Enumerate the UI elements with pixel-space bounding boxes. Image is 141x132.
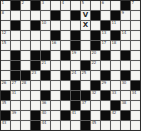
cell-8-6[interactable] [61, 81, 70, 90]
cell-6-9[interactable]: 22 [91, 61, 100, 70]
clue-number: 37 [82, 101, 87, 105]
cell-9-11[interactable]: 33 [111, 91, 120, 100]
black-cell-9-4 [41, 91, 50, 100]
clue-number: 31 [12, 91, 17, 95]
black-cell-1-7 [71, 11, 80, 20]
cell-6-2[interactable] [21, 61, 30, 70]
cell-3-12[interactable]: 14 [121, 31, 130, 40]
cell-3-3[interactable] [31, 31, 40, 40]
cell-0-7[interactable] [71, 1, 80, 10]
crossword-grid: 12345678V910X111213141516171819202122232… [0, 0, 141, 131]
cell-12-5[interactable] [51, 121, 60, 130]
cell-5-0[interactable] [1, 51, 10, 60]
cell-7-9[interactable] [91, 71, 100, 80]
cell-10-12[interactable]: 38 [121, 101, 130, 110]
black-cell-9-6 [61, 91, 70, 100]
clue-number: 16 [52, 41, 57, 45]
cell-1-13[interactable] [131, 11, 140, 20]
cell-8-12[interactable]: 30 [121, 81, 130, 90]
clue-number: 14 [122, 31, 127, 35]
clue-number: 11 [112, 21, 117, 25]
cell-1-4[interactable] [41, 11, 50, 20]
cell-3-8[interactable] [81, 31, 90, 40]
cell-7-11[interactable] [111, 71, 120, 80]
cell-9-5[interactable] [51, 91, 60, 100]
cell-0-6[interactable]: 4 [61, 1, 70, 10]
crossword-app: 12345678V910X111213141516171819202122232… [0, 0, 140, 132]
cell-11-5[interactable] [51, 111, 60, 120]
cell-12-6[interactable] [61, 121, 70, 130]
cell-0-8[interactable]: 5 [81, 1, 90, 10]
cell-8-10[interactable]: 29 [101, 81, 110, 90]
black-cell-5-10 [101, 51, 110, 60]
cell-0-4[interactable]: 3 [41, 1, 50, 10]
cell-6-13[interactable] [131, 61, 140, 70]
cell-1-3[interactable] [31, 11, 40, 20]
cell-11-11[interactable]: 42 [111, 111, 120, 120]
cell-8-4[interactable] [41, 81, 50, 90]
cell-10-9[interactable] [91, 101, 100, 110]
cell-1-2[interactable] [21, 11, 30, 20]
cell-4-4[interactable] [41, 41, 50, 50]
clue-number: 25 [82, 71, 87, 75]
cell-12-4[interactable]: 44 [41, 121, 50, 130]
black-cell-5-3 [31, 51, 40, 60]
clue-number: 40 [42, 111, 47, 115]
cell-7-8[interactable]: 25 [81, 71, 90, 80]
cell-10-8[interactable]: 37 [81, 101, 90, 110]
cell-9-3[interactable] [31, 91, 40, 100]
clue-number: 43 [2, 121, 7, 125]
black-cell-1-9 [91, 11, 100, 20]
cell-2-0[interactable] [1, 21, 10, 30]
black-cell-2-3 [31, 21, 40, 30]
cell-12-7[interactable] [71, 121, 80, 130]
black-cell-6-1 [11, 61, 20, 70]
cell-5-13[interactable] [131, 51, 140, 60]
cell-3-13[interactable] [131, 31, 140, 40]
black-cell-7-2 [21, 71, 30, 80]
cell-4-5[interactable]: 16 [51, 41, 60, 50]
cell-6-0[interactable] [1, 61, 10, 70]
black-cell-2-10 [101, 21, 110, 30]
clue-number: 29 [102, 81, 107, 85]
black-cell-7-1 [11, 71, 20, 80]
entered-letter: V [81, 11, 90, 20]
black-cell-11-0 [1, 111, 10, 120]
cell-12-2[interactable] [21, 121, 30, 130]
clue-number: 3 [42, 1, 44, 5]
cell-10-6[interactable] [61, 101, 70, 110]
cell-3-4[interactable] [41, 31, 50, 40]
cell-7-5[interactable] [51, 71, 60, 80]
cell-10-3[interactable] [31, 101, 40, 110]
clue-number: 5 [82, 1, 84, 5]
cell-4-3[interactable] [31, 41, 40, 50]
cell-11-2[interactable] [21, 111, 30, 120]
clue-number: 10 [42, 21, 47, 25]
black-cell-3-5 [51, 31, 60, 40]
cell-0-10[interactable]: 6 [101, 1, 110, 10]
cell-12-0[interactable]: 43 [1, 121, 10, 130]
cell-8-1[interactable]: 27 [11, 81, 20, 90]
cell-4-8[interactable] [81, 41, 90, 50]
cell-5-9[interactable]: 20 [91, 51, 100, 60]
clue-number: 13 [102, 31, 107, 35]
black-cell-1-5 [51, 11, 60, 20]
cell-8-5[interactable] [51, 81, 60, 90]
clue-number: 20 [92, 51, 97, 55]
black-cell-10-7 [71, 101, 80, 110]
cell-0-11[interactable] [111, 1, 120, 10]
clue-number: 33 [112, 91, 117, 95]
cell-1-12[interactable]: 9 [121, 11, 130, 20]
clue-number: 22 [92, 61, 97, 65]
cell-2-6[interactable] [61, 21, 70, 30]
cell-4-0[interactable]: 15 [1, 41, 10, 50]
clue-number: 34 [132, 91, 137, 95]
cell-10-2[interactable] [21, 101, 30, 110]
cell-0-2[interactable]: 2 [21, 1, 30, 10]
clue-number: 9 [122, 11, 124, 15]
black-cell-11-10 [101, 111, 110, 120]
clue-number: 35 [2, 101, 7, 105]
clue-number: 41 [72, 111, 77, 115]
black-cell-9-8 [81, 91, 90, 100]
cell-6-5[interactable] [51, 61, 60, 70]
black-cell-6-8 [81, 61, 90, 70]
cell-3-6[interactable] [61, 31, 70, 40]
cell-9-13[interactable]: 34 [131, 91, 140, 100]
cell-12-12[interactable] [121, 121, 130, 130]
clue-number: 36 [42, 101, 47, 105]
cell-5-5[interactable] [51, 51, 60, 60]
cell-10-4[interactable]: 36 [41, 101, 50, 110]
cell-2-9[interactable] [91, 21, 100, 30]
cell-6-10[interactable] [101, 61, 110, 70]
cell-12-11[interactable] [111, 121, 120, 130]
black-cell-11-8 [81, 111, 90, 120]
cell-6-11[interactable] [111, 61, 120, 70]
cell-2-11[interactable]: 11 [111, 21, 120, 30]
cell-11-4[interactable]: 40 [41, 111, 50, 120]
black-cell-8-9 [91, 81, 100, 90]
cell-7-3[interactable]: 23 [31, 71, 40, 80]
cell-4-2[interactable] [21, 41, 30, 50]
cell-0-0[interactable]: 1 [1, 1, 10, 10]
clue-number: 21 [42, 61, 47, 65]
cell-3-0[interactable]: 12 [1, 31, 10, 40]
black-cell-5-4 [41, 51, 50, 60]
black-cell-10-11 [111, 101, 120, 110]
black-cell-11-12 [121, 111, 130, 120]
cell-8-0[interactable]: 26 [1, 81, 10, 90]
cell-4-1[interactable] [11, 41, 20, 50]
black-cell-3-7 [71, 31, 80, 40]
black-cell-6-3 [31, 61, 40, 70]
cell-12-10[interactable] [101, 121, 110, 130]
cell-5-2[interactable] [21, 51, 30, 60]
cell-3-1[interactable] [11, 31, 20, 40]
cell-9-1[interactable]: 31 [11, 91, 20, 100]
clue-number: 1 [2, 1, 4, 5]
black-cell-9-0 [1, 91, 10, 100]
cell-4-6[interactable] [61, 41, 70, 50]
clue-number: 45 [92, 121, 97, 125]
cell-4-13[interactable] [131, 41, 140, 50]
cell-2-5[interactable] [51, 21, 60, 30]
clue-number: 44 [42, 121, 47, 125]
cell-9-12[interactable] [121, 91, 130, 100]
black-cell-7-12 [121, 71, 130, 80]
black-cell-1-11 [111, 11, 120, 20]
black-cell-12-8 [81, 121, 90, 130]
black-cell-4-7 [71, 41, 80, 50]
black-cell-4-9 [91, 41, 100, 50]
clue-number: 27 [12, 81, 17, 85]
clue-number: 7 [132, 1, 134, 5]
cell-9-9[interactable]: 32 [91, 91, 100, 100]
cell-7-7[interactable]: 24 [71, 71, 80, 80]
clue-number: 28 [22, 81, 27, 85]
cell-4-12[interactable] [121, 41, 130, 50]
clue-number: 19 [72, 51, 77, 55]
clue-number: 6 [102, 1, 104, 5]
cell-1-8[interactable]: V [81, 11, 90, 20]
cell-12-13[interactable] [131, 121, 140, 130]
black-cell-12-3 [31, 121, 40, 130]
cell-2-7[interactable] [71, 21, 80, 30]
cell-11-13[interactable] [131, 111, 140, 120]
cell-11-1[interactable]: 39 [11, 111, 20, 120]
cell-10-5[interactable] [51, 101, 60, 110]
black-cell-3-9 [91, 31, 100, 40]
cell-5-11[interactable] [111, 51, 120, 60]
cell-11-9[interactable] [91, 111, 100, 120]
clue-number: 39 [12, 111, 17, 115]
cell-7-13[interactable] [131, 71, 140, 80]
cell-2-2[interactable] [21, 21, 30, 30]
black-cell-0-3 [31, 1, 40, 10]
cell-2-8[interactable]: X [81, 21, 90, 30]
cell-0-9[interactable] [91, 1, 100, 10]
cell-1-10[interactable] [101, 11, 110, 20]
black-cell-0-1 [11, 1, 20, 10]
clue-number: 18 [112, 41, 117, 45]
black-cell-2-1 [11, 21, 20, 30]
cell-2-4[interactable]: 10 [41, 21, 50, 30]
cell-7-0[interactable] [1, 71, 10, 80]
cell-8-3[interactable] [31, 81, 40, 90]
black-cell-7-4 [41, 71, 50, 80]
clue-number: 32 [92, 91, 97, 95]
clue-number: 42 [112, 111, 117, 115]
cell-10-1[interactable] [11, 101, 20, 110]
cell-1-6[interactable] [61, 11, 70, 20]
cell-12-9[interactable]: 45 [91, 121, 100, 130]
cell-10-13[interactable] [131, 101, 140, 110]
cell-12-1[interactable] [11, 121, 20, 130]
clue-number: 23 [32, 71, 37, 75]
black-cell-9-10 [101, 91, 110, 100]
clue-number: 4 [62, 1, 64, 5]
entered-letter: X [81, 21, 90, 30]
clue-number: 15 [2, 41, 7, 45]
black-cell-7-6 [61, 71, 70, 80]
black-cell-11-6 [61, 111, 70, 120]
cell-9-2[interactable] [21, 91, 30, 100]
cell-0-13[interactable]: 7 [131, 1, 140, 10]
black-cell-5-12 [121, 51, 130, 60]
black-cell-5-1 [11, 51, 20, 60]
clue-number: 12 [2, 31, 7, 35]
clue-number: 2 [22, 1, 24, 5]
clue-number: 30 [122, 81, 127, 85]
clue-number: 8 [2, 11, 4, 15]
cell-5-7[interactable]: 19 [71, 51, 80, 60]
cell-1-0[interactable]: 8 [1, 11, 10, 20]
cell-8-8[interactable] [81, 81, 90, 90]
cell-11-7[interactable]: 41 [71, 111, 80, 120]
cell-6-4[interactable]: 21 [41, 61, 50, 70]
cell-10-10[interactable] [101, 101, 110, 110]
black-cell-0-12 [121, 1, 130, 10]
black-cell-11-3 [31, 111, 40, 120]
cell-6-7[interactable] [71, 61, 80, 70]
cell-1-1[interactable] [11, 11, 20, 20]
cell-4-10[interactable]: 17 [101, 41, 110, 50]
black-cell-8-13 [131, 81, 140, 90]
black-cell-5-6 [61, 51, 70, 60]
cell-4-11[interactable]: 18 [111, 41, 120, 50]
cell-8-2[interactable]: 28 [21, 81, 30, 90]
cell-2-12[interactable] [121, 21, 130, 30]
cell-3-10[interactable]: 13 [101, 31, 110, 40]
cell-2-13[interactable] [131, 21, 140, 30]
black-cell-3-11 [111, 31, 120, 40]
black-cell-8-7 [71, 81, 80, 90]
cell-8-11[interactable] [111, 81, 120, 90]
cell-3-2[interactable] [21, 31, 30, 40]
cell-5-8[interactable] [81, 51, 90, 60]
cell-6-6[interactable] [61, 61, 70, 70]
clue-number: 24 [72, 71, 77, 75]
cell-0-5[interactable] [51, 1, 60, 10]
clue-number: 38 [122, 101, 127, 105]
clue-number: 17 [102, 41, 107, 45]
cell-6-12[interactable] [121, 61, 130, 70]
clue-number: 26 [2, 81, 7, 85]
black-cell-9-7 [71, 91, 80, 100]
black-cell-7-10 [101, 71, 110, 80]
cell-10-0[interactable]: 35 [1, 101, 10, 110]
